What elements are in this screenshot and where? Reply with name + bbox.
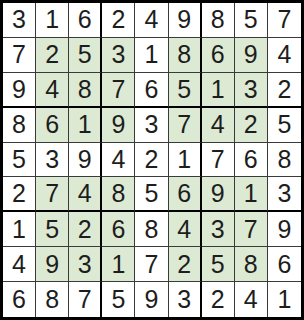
cell-r5c5[interactable]: 2 [135,143,168,178]
cell-r3c8[interactable]: 3 [235,73,268,108]
cell-r1c5[interactable]: 4 [135,3,168,38]
cell-r5c4[interactable]: 4 [102,143,135,178]
cell-r2c5[interactable]: 1 [135,38,168,73]
cell-r8c3[interactable]: 3 [69,247,102,282]
cell-r8c2[interactable]: 9 [36,247,69,282]
cell-r4c8[interactable]: 2 [235,108,268,143]
cell-r6c5[interactable]: 5 [135,177,168,212]
cell-r6c1[interactable]: 2 [3,177,36,212]
cell-r7c3[interactable]: 2 [69,212,102,247]
cell-r9c5[interactable]: 9 [135,282,168,317]
cell-r1c7[interactable]: 8 [202,3,235,38]
cell-r3c7[interactable]: 1 [202,73,235,108]
cell-r6c6[interactable]: 6 [169,177,202,212]
cell-r3c6[interactable]: 5 [169,73,202,108]
cell-r1c9[interactable]: 7 [268,3,301,38]
cell-r5c1[interactable]: 5 [3,143,36,178]
cell-r4c4[interactable]: 9 [102,108,135,143]
sudoku-board: 3162498577253186949487651328619374255394… [0,0,304,320]
cell-r2c8[interactable]: 9 [235,38,268,73]
cell-r8c7[interactable]: 5 [202,247,235,282]
cell-r4c1[interactable]: 8 [3,108,36,143]
cell-r8c8[interactable]: 8 [235,247,268,282]
cell-r4c6[interactable]: 7 [169,108,202,143]
cell-r3c9[interactable]: 2 [268,73,301,108]
cell-r5c8[interactable]: 6 [235,143,268,178]
cell-r9c7[interactable]: 2 [202,282,235,317]
cell-r9c3[interactable]: 7 [69,282,102,317]
cell-r7c6[interactable]: 4 [169,212,202,247]
cell-r2c7[interactable]: 6 [202,38,235,73]
cell-r3c4[interactable]: 7 [102,73,135,108]
cell-r7c9[interactable]: 9 [268,212,301,247]
cell-r4c9[interactable]: 5 [268,108,301,143]
cell-r9c9[interactable]: 1 [268,282,301,317]
cell-r8c6[interactable]: 2 [169,247,202,282]
cell-r1c3[interactable]: 6 [69,3,102,38]
cell-r4c5[interactable]: 3 [135,108,168,143]
cell-r3c2[interactable]: 4 [36,73,69,108]
cell-r7c5[interactable]: 8 [135,212,168,247]
cell-r5c3[interactable]: 9 [69,143,102,178]
cell-r3c5[interactable]: 6 [135,73,168,108]
cell-r8c1[interactable]: 4 [3,247,36,282]
cell-r8c9[interactable]: 6 [268,247,301,282]
cell-r7c1[interactable]: 1 [3,212,36,247]
cell-r2c1[interactable]: 7 [3,38,36,73]
cell-r1c1[interactable]: 3 [3,3,36,38]
cell-r6c2[interactable]: 7 [36,177,69,212]
cell-r2c4[interactable]: 3 [102,38,135,73]
cell-r7c2[interactable]: 5 [36,212,69,247]
cell-r9c2[interactable]: 8 [36,282,69,317]
cell-r7c8[interactable]: 7 [235,212,268,247]
cell-r9c6[interactable]: 3 [169,282,202,317]
cell-r6c7[interactable]: 9 [202,177,235,212]
cell-r5c7[interactable]: 7 [202,143,235,178]
cell-r5c6[interactable]: 1 [169,143,202,178]
cell-r1c8[interactable]: 5 [235,3,268,38]
cell-r2c2[interactable]: 2 [36,38,69,73]
cell-r8c5[interactable]: 7 [135,247,168,282]
cell-r6c8[interactable]: 1 [235,177,268,212]
cell-r7c4[interactable]: 6 [102,212,135,247]
cell-r6c3[interactable]: 4 [69,177,102,212]
cell-r5c9[interactable]: 8 [268,143,301,178]
cell-r6c9[interactable]: 3 [268,177,301,212]
cell-r4c2[interactable]: 6 [36,108,69,143]
cell-r6c4[interactable]: 8 [102,177,135,212]
cell-r8c4[interactable]: 1 [102,247,135,282]
cell-r7c7[interactable]: 3 [202,212,235,247]
cell-r9c4[interactable]: 5 [102,282,135,317]
cell-r2c6[interactable]: 8 [169,38,202,73]
cell-r4c7[interactable]: 4 [202,108,235,143]
cell-r1c2[interactable]: 1 [36,3,69,38]
cell-r2c3[interactable]: 5 [69,38,102,73]
cell-r3c3[interactable]: 8 [69,73,102,108]
cell-r3c1[interactable]: 9 [3,73,36,108]
cell-r1c4[interactable]: 2 [102,3,135,38]
cell-r5c2[interactable]: 3 [36,143,69,178]
cell-r4c3[interactable]: 1 [69,108,102,143]
cell-r9c1[interactable]: 6 [3,282,36,317]
cell-r1c6[interactable]: 9 [169,3,202,38]
cell-r9c8[interactable]: 4 [235,282,268,317]
cell-r2c9[interactable]: 4 [268,38,301,73]
